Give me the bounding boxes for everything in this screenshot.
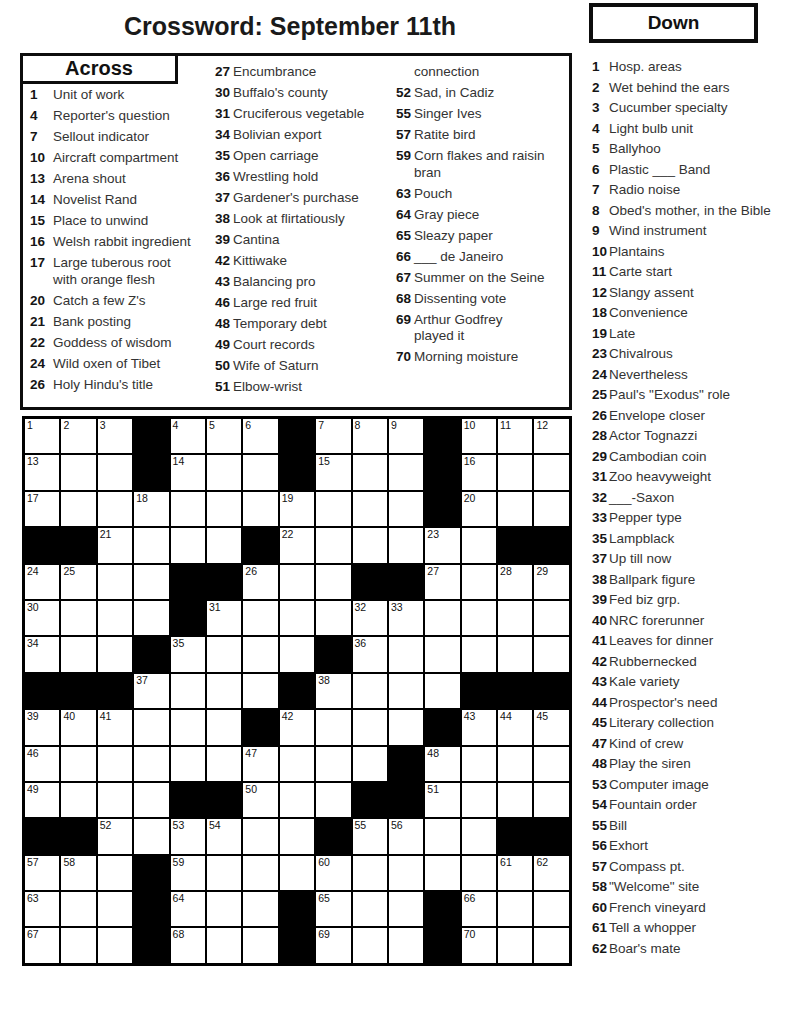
across-clue-48: 48Temporary debt: [215, 316, 395, 333]
clue-text: Plastic ___ Band: [609, 162, 790, 179]
clue-text: NRC forerunner: [609, 613, 790, 630]
cell-r4c9[interactable]: [315, 527, 351, 563]
cell-r10c7[interactable]: 47: [242, 746, 278, 782]
cell-r11c2[interactable]: [60, 782, 96, 818]
cell-r9c14[interactable]: 44: [497, 709, 533, 745]
clue-number: 59: [396, 148, 414, 181]
cell-r3c1[interactable]: 17: [24, 491, 60, 527]
down-clue-23: 23Chivalrous: [592, 346, 790, 363]
cell-r14c13[interactable]: 66: [461, 891, 497, 927]
across-clue-67: 67Summer on the Seine: [396, 270, 568, 287]
cell-r2c7[interactable]: [242, 454, 278, 490]
cell-r15c7[interactable]: [242, 927, 278, 963]
clue-text-line: Chivalrous: [609, 346, 790, 363]
cell-r9c4[interactable]: [133, 709, 169, 745]
black-cell-r12c15: [533, 818, 569, 854]
cell-r11c7[interactable]: 50: [242, 782, 278, 818]
cell-r5c15[interactable]: 29: [533, 564, 569, 600]
cell-r14c11[interactable]: [388, 891, 424, 927]
cell-r11c1[interactable]: 49: [24, 782, 60, 818]
cell-r12c6[interactable]: 54: [206, 818, 242, 854]
cell-r3c6[interactable]: [206, 491, 242, 527]
cell-r6c10[interactable]: 32: [352, 600, 388, 636]
cell-r2c1[interactable]: 13: [24, 454, 60, 490]
cell-r10c5[interactable]: [170, 746, 206, 782]
cell-r4c11[interactable]: [388, 527, 424, 563]
cell-number-66: 66: [464, 892, 476, 905]
cell-r14c1[interactable]: 63: [24, 891, 60, 927]
cell-r10c9[interactable]: [315, 746, 351, 782]
clue-number: 35: [215, 148, 233, 165]
cell-r1c7[interactable]: 6: [242, 418, 278, 454]
cell-r4c5[interactable]: [170, 527, 206, 563]
cell-r2c9[interactable]: 15: [315, 454, 351, 490]
black-cell-r10c11: [388, 746, 424, 782]
cell-r6c14[interactable]: [497, 600, 533, 636]
across-clue-49: 49Court records: [215, 337, 395, 354]
cell-r14c14[interactable]: [497, 891, 533, 927]
clue-text-line: Up till now: [609, 551, 790, 568]
cell-r9c6[interactable]: [206, 709, 242, 745]
clue-number: 37: [592, 551, 609, 568]
clue-number: 20: [30, 293, 53, 310]
cell-r1c2[interactable]: 2: [60, 418, 96, 454]
cell-r14c5[interactable]: 64: [170, 891, 206, 927]
cell-r13c10[interactable]: [352, 855, 388, 891]
cell-r13c5[interactable]: 59: [170, 855, 206, 891]
cell-r5c13[interactable]: [461, 564, 497, 600]
cell-r13c1[interactable]: 57: [24, 855, 60, 891]
cell-r11c3[interactable]: [97, 782, 133, 818]
clue-text: Sellout indicator: [53, 129, 214, 146]
cell-r11c4[interactable]: [133, 782, 169, 818]
clue-text: Temporary debt: [233, 316, 395, 333]
cell-r12c3[interactable]: 52: [97, 818, 133, 854]
cell-r13c11[interactable]: [388, 855, 424, 891]
cell-r13c15[interactable]: 62: [533, 855, 569, 891]
clue-text: Large tuberous rootwith orange flesh: [53, 255, 214, 288]
cell-number-29: 29: [536, 565, 548, 578]
cell-r1c11[interactable]: 9: [388, 418, 424, 454]
cell-r5c4[interactable]: [133, 564, 169, 600]
cell-number-52: 52: [100, 819, 112, 832]
clue-text-line: Lampblack: [609, 531, 790, 548]
cell-r14c10[interactable]: [352, 891, 388, 927]
cell-number-10: 10: [464, 419, 476, 432]
across-clue-4: 4Reporter's question: [30, 108, 214, 125]
cell-r7c15[interactable]: [533, 636, 569, 672]
cell-r15c6[interactable]: [206, 927, 242, 963]
cell-r1c1[interactable]: 1: [24, 418, 60, 454]
cell-r10c2[interactable]: [60, 746, 96, 782]
cell-r5c8[interactable]: [279, 564, 315, 600]
clue-text-line: Plastic ___ Band: [609, 162, 790, 179]
cell-r3c2[interactable]: [60, 491, 96, 527]
down-clue-11: 11Carte start: [592, 264, 790, 281]
down-clue-47: 47Kind of crew: [592, 736, 790, 753]
cell-r1c15[interactable]: 12: [533, 418, 569, 454]
clue-number: 62: [592, 941, 609, 958]
clue-number: 54: [592, 797, 609, 814]
clue-text-line: Holy Hindu's title: [53, 377, 214, 394]
cell-r4c10[interactable]: [352, 527, 388, 563]
cell-r1c3[interactable]: 3: [97, 418, 133, 454]
cell-r6c6[interactable]: 31: [206, 600, 242, 636]
black-cell-r1c4: [133, 418, 169, 454]
cell-r9c13[interactable]: 43: [461, 709, 497, 745]
clue-text: Buffalo's county: [233, 85, 395, 102]
cell-r6c7[interactable]: [242, 600, 278, 636]
clue-number: 27: [215, 64, 233, 81]
cell-r9c1[interactable]: 39: [24, 709, 60, 745]
cell-r3c10[interactable]: [352, 491, 388, 527]
cell-r15c11[interactable]: [388, 927, 424, 963]
black-cell-r8c2: [60, 673, 96, 709]
clue-text-line: Sellout indicator: [53, 129, 214, 146]
cell-r10c15[interactable]: [533, 746, 569, 782]
cell-r7c14[interactable]: [497, 636, 533, 672]
cell-r15c1[interactable]: 67: [24, 927, 60, 963]
cell-r15c9[interactable]: 69: [315, 927, 351, 963]
clue-number: 36: [215, 169, 233, 186]
cell-r12c7[interactable]: [242, 818, 278, 854]
cell-r10c6[interactable]: [206, 746, 242, 782]
clue-text: Cambodian coin: [609, 449, 790, 466]
cell-r13c12[interactable]: [424, 855, 460, 891]
clue-text-line: Wife of Saturn: [233, 358, 395, 375]
cell-r8c12[interactable]: [424, 673, 460, 709]
cell-r2c11[interactable]: [388, 454, 424, 490]
cell-r11c8[interactable]: [279, 782, 315, 818]
cell-number-19: 19: [282, 492, 294, 505]
cell-r8c11[interactable]: [388, 673, 424, 709]
cell-r15c15[interactable]: [533, 927, 569, 963]
clue-text-line: Balancing pro: [233, 274, 395, 291]
down-header: Down: [589, 3, 758, 43]
clue-number: 48: [592, 756, 609, 773]
cell-r13c3[interactable]: [97, 855, 133, 891]
cell-r5c14[interactable]: 28: [497, 564, 533, 600]
cell-r8c9[interactable]: 38: [315, 673, 351, 709]
cell-r4c8[interactable]: 22: [279, 527, 315, 563]
cell-number-23: 23: [427, 528, 439, 541]
clue-text: Tell a whopper: [609, 920, 790, 937]
black-cell-r12c2: [60, 818, 96, 854]
cell-r4c6[interactable]: [206, 527, 242, 563]
cell-r7c8[interactable]: [279, 636, 315, 672]
cell-r1c9[interactable]: 7: [315, 418, 351, 454]
cell-r9c3[interactable]: 41: [97, 709, 133, 745]
cell-r13c9[interactable]: 60: [315, 855, 351, 891]
down-clue-6: 6Plastic ___ Band: [592, 162, 790, 179]
cell-r4c12[interactable]: 23: [424, 527, 460, 563]
black-cell-r4c7: [242, 527, 278, 563]
cell-r9c11[interactable]: [388, 709, 424, 745]
cell-number-7: 7: [318, 419, 324, 432]
cell-r11c15[interactable]: [533, 782, 569, 818]
cell-r15c5[interactable]: 68: [170, 927, 206, 963]
cell-r8c10[interactable]: [352, 673, 388, 709]
cell-r14c6[interactable]: [206, 891, 242, 927]
clue-text: Dissenting vote: [414, 291, 568, 308]
cell-number-14: 14: [173, 455, 185, 468]
cell-r1c5[interactable]: 4: [170, 418, 206, 454]
cell-r9c9[interactable]: [315, 709, 351, 745]
cell-r6c15[interactable]: [533, 600, 569, 636]
clue-number: 15: [30, 213, 53, 230]
cell-r3c3[interactable]: [97, 491, 133, 527]
crossword-grid: 1234567891011121314151617181920212223242…: [22, 416, 572, 966]
cell-r2c15[interactable]: [533, 454, 569, 490]
clue-text-line: Dissenting vote: [414, 291, 568, 308]
clue-number: 30: [215, 85, 233, 102]
black-cell-r9c12: [424, 709, 460, 745]
cell-r10c1[interactable]: 46: [24, 746, 60, 782]
cell-r13c2[interactable]: 58: [60, 855, 96, 891]
down-clue-8: 8Obed's mother, in the Bible: [592, 203, 790, 220]
cell-r3c5[interactable]: [170, 491, 206, 527]
cell-r13c8[interactable]: [279, 855, 315, 891]
cell-r3c7[interactable]: [242, 491, 278, 527]
clue-text: Up till now: [609, 551, 790, 568]
cell-r2c14[interactable]: [497, 454, 533, 490]
cell-r3c11[interactable]: [388, 491, 424, 527]
cell-number-30: 30: [27, 601, 39, 614]
cell-r10c13[interactable]: [461, 746, 497, 782]
clue-text: Arena shout: [53, 171, 214, 188]
cell-r2c10[interactable]: [352, 454, 388, 490]
cell-r7c10[interactable]: 36: [352, 636, 388, 672]
clue-text-line: Wrestling hold: [233, 169, 395, 186]
cell-number-58: 58: [63, 856, 75, 869]
across-column-1: 1Unit of work4Reporter's question7Sellou…: [30, 87, 214, 398]
clue-text: Fed biz grp.: [609, 592, 790, 609]
down-clue-61: 61Tell a whopper: [592, 920, 790, 937]
cell-r8c4[interactable]: 37: [133, 673, 169, 709]
cell-r15c2[interactable]: [60, 927, 96, 963]
cell-r3c4[interactable]: 18: [133, 491, 169, 527]
cell-r3c9[interactable]: [315, 491, 351, 527]
clue-text-line: Large tuberous root: [53, 255, 214, 272]
cell-r2c3[interactable]: [97, 454, 133, 490]
cell-r8c6[interactable]: [206, 673, 242, 709]
cell-r15c10[interactable]: [352, 927, 388, 963]
clue-number: 5: [592, 141, 609, 158]
cell-r7c7[interactable]: [242, 636, 278, 672]
clue-number: 14: [30, 192, 53, 209]
clue-text: Aircraft compartment: [53, 150, 214, 167]
across-clue-64: 64Gray piece: [396, 207, 568, 224]
cell-number-45: 45: [536, 710, 548, 723]
cell-r14c15[interactable]: [533, 891, 569, 927]
cell-number-60: 60: [318, 856, 330, 869]
cell-r6c8[interactable]: [279, 600, 315, 636]
cell-r3c15[interactable]: [533, 491, 569, 527]
across-clue-46: 46Large red fruit: [215, 295, 395, 312]
cell-number-41: 41: [100, 710, 112, 723]
cell-r2c6[interactable]: [206, 454, 242, 490]
cell-r12c8[interactable]: [279, 818, 315, 854]
cell-r7c12[interactable]: [424, 636, 460, 672]
cell-r13c14[interactable]: 61: [497, 855, 533, 891]
clue-number: 69: [396, 312, 414, 345]
cell-r3c8[interactable]: 19: [279, 491, 315, 527]
cell-r2c2[interactable]: [60, 454, 96, 490]
cell-r5c2[interactable]: 25: [60, 564, 96, 600]
cell-r11c13[interactable]: [461, 782, 497, 818]
cell-r5c1[interactable]: 24: [24, 564, 60, 600]
clue-text: Summer on the Seine: [414, 270, 568, 287]
cell-r4c13[interactable]: [461, 527, 497, 563]
across-clue-14: 14Novelist Rand: [30, 192, 214, 209]
cell-r10c10[interactable]: [352, 746, 388, 782]
across-clue-52: 52Sad, in Cadiz: [396, 85, 568, 102]
clue-text: Holy Hindu's title: [53, 377, 214, 394]
cell-r5c3[interactable]: [97, 564, 133, 600]
cell-r5c7[interactable]: 26: [242, 564, 278, 600]
down-clue-45: 45Literary collection: [592, 715, 790, 732]
cell-r12c12[interactable]: [424, 818, 460, 854]
clue-number: 50: [215, 358, 233, 375]
cell-r10c8[interactable]: [279, 746, 315, 782]
cell-r10c4[interactable]: [133, 746, 169, 782]
cell-r7c2[interactable]: [60, 636, 96, 672]
cell-r2c13[interactable]: 16: [461, 454, 497, 490]
cell-r6c3[interactable]: [97, 600, 133, 636]
cell-number-42: 42: [282, 710, 294, 723]
clue-text-line: Carte start: [609, 264, 790, 281]
cell-r7c13[interactable]: [461, 636, 497, 672]
black-cell-r12c9: [315, 818, 351, 854]
cell-r1c13[interactable]: 10: [461, 418, 497, 454]
cell-r14c9[interactable]: 65: [315, 891, 351, 927]
cell-r5c9[interactable]: [315, 564, 351, 600]
cell-r3c14[interactable]: [497, 491, 533, 527]
cell-r3c13[interactable]: 20: [461, 491, 497, 527]
cell-r12c10[interactable]: 55: [352, 818, 388, 854]
cell-r8c5[interactable]: [170, 673, 206, 709]
cell-r12c11[interactable]: 56: [388, 818, 424, 854]
down-clue-7: 7Radio noise: [592, 182, 790, 199]
black-cell-r14c4: [133, 891, 169, 927]
cell-r9c2[interactable]: 40: [60, 709, 96, 745]
cell-r14c2[interactable]: [60, 891, 96, 927]
clue-number: 58: [592, 879, 609, 896]
cell-r12c5[interactable]: 53: [170, 818, 206, 854]
cell-r11c12[interactable]: 51: [424, 782, 460, 818]
clue-text-line: Exhort: [609, 838, 790, 855]
cell-number-68: 68: [173, 928, 185, 941]
cell-r1c10[interactable]: 8: [352, 418, 388, 454]
across-clue-69: 69Arthur Godfreyplayed it: [396, 312, 568, 345]
cell-r7c5[interactable]: 35: [170, 636, 206, 672]
cell-r9c8[interactable]: 42: [279, 709, 315, 745]
cell-r4c4[interactable]: [133, 527, 169, 563]
cell-r6c13[interactable]: [461, 600, 497, 636]
black-cell-r14c12: [424, 891, 460, 927]
cell-r11c14[interactable]: [497, 782, 533, 818]
cell-r6c9[interactable]: [315, 600, 351, 636]
cell-r4c3[interactable]: 21: [97, 527, 133, 563]
cell-r1c14[interactable]: 11: [497, 418, 533, 454]
clue-text-line: ___-Saxon: [609, 490, 790, 507]
cell-r15c14[interactable]: [497, 927, 533, 963]
cell-r6c4[interactable]: [133, 600, 169, 636]
clue-text-line: Cucumber specialty: [609, 100, 790, 117]
cell-r10c14[interactable]: [497, 746, 533, 782]
clue-number: 1: [30, 87, 53, 104]
cell-r9c10[interactable]: [352, 709, 388, 745]
cell-r11c9[interactable]: [315, 782, 351, 818]
clue-number: 63: [396, 186, 414, 203]
clue-number: 34: [215, 127, 233, 144]
across-clue-16: 16Welsh rabbit ingredient: [30, 234, 214, 251]
clue-text-line: Prospector's need: [609, 695, 790, 712]
clue-text-line: Cambodian coin: [609, 449, 790, 466]
cell-r1c6[interactable]: 5: [206, 418, 242, 454]
cell-r7c6[interactable]: [206, 636, 242, 672]
clue-text-line: Rubbernecked: [609, 654, 790, 671]
clue-text-line: Temporary debt: [233, 316, 395, 333]
cell-r10c3[interactable]: [97, 746, 133, 782]
clue-number: 49: [215, 337, 233, 354]
cell-r8c7[interactable]: [242, 673, 278, 709]
cell-r14c3[interactable]: [97, 891, 133, 927]
across-clue-63: 63Pouch: [396, 186, 568, 203]
cell-r6c2[interactable]: [60, 600, 96, 636]
cell-r13c7[interactable]: [242, 855, 278, 891]
cell-r5c12[interactable]: 27: [424, 564, 460, 600]
cell-number-12: 12: [536, 419, 548, 432]
cell-r10c12[interactable]: 48: [424, 746, 460, 782]
cell-r15c13[interactable]: 70: [461, 927, 497, 963]
cell-r12c4[interactable]: [133, 818, 169, 854]
cell-number-57: 57: [27, 856, 39, 869]
cell-r6c12[interactable]: [424, 600, 460, 636]
cell-r9c15[interactable]: 45: [533, 709, 569, 745]
cell-r13c6[interactable]: [206, 855, 242, 891]
cell-r9c5[interactable]: [170, 709, 206, 745]
clue-number: 11: [592, 264, 609, 281]
cell-r12c13[interactable]: [461, 818, 497, 854]
clue-text-line: Sleazy paper: [414, 228, 568, 245]
cell-r7c11[interactable]: [388, 636, 424, 672]
clue-text: Ballyhoo: [609, 141, 790, 158]
clue-text: Wife of Saturn: [233, 358, 395, 375]
cell-r7c1[interactable]: 34: [24, 636, 60, 672]
cell-r14c7[interactable]: [242, 891, 278, 927]
cell-r6c11[interactable]: 33: [388, 600, 424, 636]
clue-number: 48: [215, 316, 233, 333]
across-clue-39: 39Cantina: [215, 232, 395, 249]
clue-number: 19: [592, 326, 609, 343]
clue-text: Obed's mother, in the Bible: [609, 203, 790, 220]
clue-number: 29: [592, 449, 609, 466]
cell-r13c13[interactable]: [461, 855, 497, 891]
clue-number: 47: [592, 736, 609, 753]
clue-text: Hosp. areas: [609, 59, 790, 76]
clue-number: 32: [592, 490, 609, 507]
clue-text: Kind of crew: [609, 736, 790, 753]
cell-r7c3[interactable]: [97, 636, 133, 672]
cell-r2c5[interactable]: 14: [170, 454, 206, 490]
clue-text: Ballpark figure: [609, 572, 790, 589]
clue-text-line: Morning moisture: [414, 349, 568, 366]
cell-r6c1[interactable]: 30: [24, 600, 60, 636]
cell-number-18: 18: [136, 492, 148, 505]
cell-number-36: 36: [355, 637, 367, 650]
cell-r15c3[interactable]: [97, 927, 133, 963]
